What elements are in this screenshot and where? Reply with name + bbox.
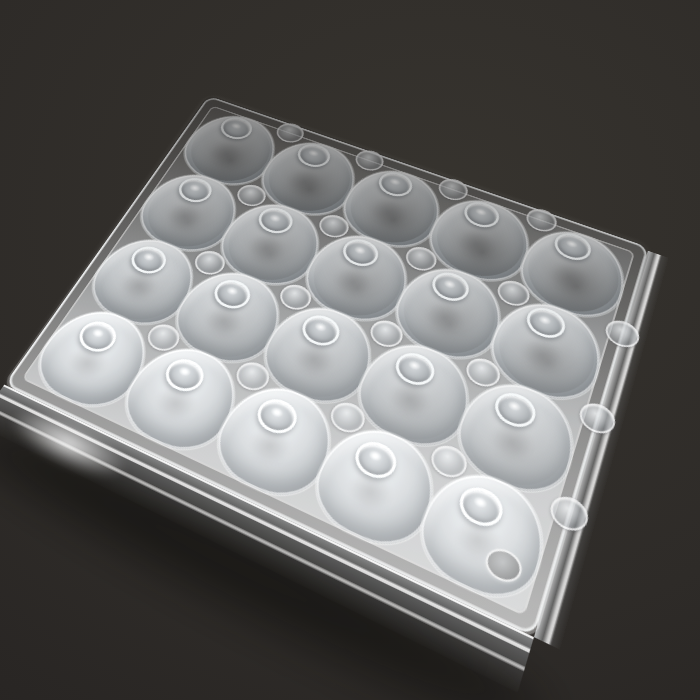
interstitial-dimple bbox=[462, 354, 504, 392]
interstitial-dimple bbox=[494, 277, 533, 311]
interstitial-dimple bbox=[275, 281, 315, 314]
interstitial-dimple bbox=[326, 398, 370, 438]
interstitial-dimple bbox=[233, 181, 270, 209]
photo-background bbox=[0, 0, 700, 700]
interstitial-dimple bbox=[315, 211, 353, 241]
interstitial-dimple bbox=[190, 247, 230, 279]
interstitial-dimple bbox=[142, 320, 184, 355]
interstitial-dimple bbox=[402, 243, 441, 275]
interstitial-dimple bbox=[366, 316, 407, 351]
interstitial-dimple bbox=[231, 358, 274, 396]
interstitial-dimple bbox=[427, 440, 471, 482]
egg-tray bbox=[24, 107, 633, 613]
